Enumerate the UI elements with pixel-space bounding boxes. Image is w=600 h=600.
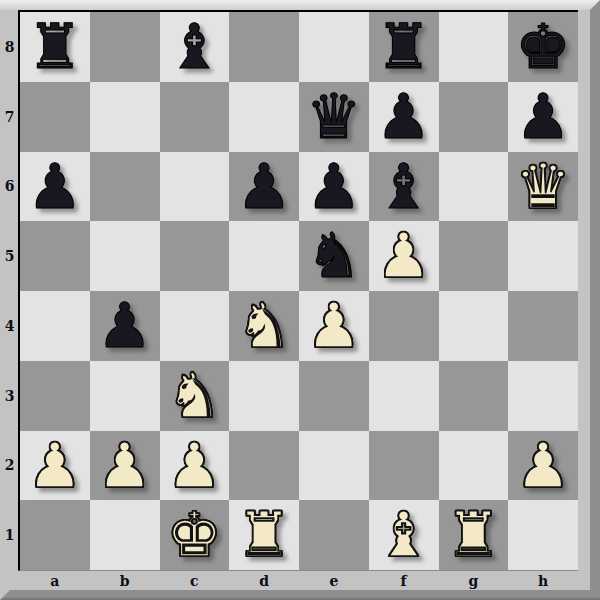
square-b4[interactable]: ♟ — [90, 291, 160, 361]
square-g3[interactable] — [439, 361, 509, 431]
rank-label-3: 3 — [0, 361, 19, 431]
rank-label-1: 1 — [0, 500, 19, 570]
piece-white-pawn: ♟ — [369, 221, 439, 291]
piece-white-rook: ♜ — [439, 500, 509, 570]
rank-label-8: 8 — [0, 12, 19, 82]
square-e1[interactable] — [299, 500, 369, 570]
file-label-f: f — [369, 570, 439, 591]
square-a7[interactable] — [20, 82, 90, 152]
square-f4[interactable] — [369, 291, 439, 361]
square-a4[interactable] — [20, 291, 90, 361]
square-a2[interactable]: ♟ — [20, 431, 90, 501]
square-h2[interactable]: ♟ — [508, 431, 578, 501]
square-d4[interactable]: ♞ — [229, 291, 299, 361]
square-d7[interactable] — [229, 82, 299, 152]
piece-white-knight: ♞ — [229, 291, 299, 361]
square-g8[interactable] — [439, 12, 509, 82]
piece-white-pawn: ♟ — [20, 431, 90, 501]
square-g1[interactable]: ♜ — [439, 500, 509, 570]
square-g5[interactable] — [439, 221, 509, 291]
square-e6[interactable]: ♟ — [299, 152, 369, 222]
rank-label-6: 6 — [0, 152, 19, 222]
square-f5[interactable]: ♟ — [369, 221, 439, 291]
diagram-frame: 87654321 ♜♝♜♚♛♟♟♟♟♟♝♛♞♟♟♞♟♞♟♟♟♟♚♜♝♜ abcd… — [0, 0, 600, 600]
square-e5[interactable]: ♞ — [299, 221, 369, 291]
piece-black-knight: ♞ — [299, 221, 369, 291]
bevel-right-shadow — [590, 0, 600, 600]
piece-white-pawn: ♟ — [160, 431, 230, 501]
square-c8[interactable]: ♝ — [160, 12, 230, 82]
square-g6[interactable] — [439, 152, 509, 222]
square-h4[interactable] — [508, 291, 578, 361]
piece-white-pawn: ♟ — [90, 431, 160, 501]
square-e4[interactable]: ♟ — [299, 291, 369, 361]
square-d6[interactable]: ♟ — [229, 152, 299, 222]
file-label-h: h — [508, 570, 578, 591]
square-h6[interactable]: ♛ — [508, 152, 578, 222]
square-f3[interactable] — [369, 361, 439, 431]
piece-black-bishop: ♝ — [160, 12, 230, 82]
square-d5[interactable] — [229, 221, 299, 291]
square-f8[interactable]: ♜ — [369, 12, 439, 82]
piece-white-bishop: ♝ — [369, 500, 439, 570]
square-g2[interactable] — [439, 431, 509, 501]
piece-black-pawn: ♟ — [90, 291, 160, 361]
square-c3[interactable]: ♞ — [160, 361, 230, 431]
square-c2[interactable]: ♟ — [160, 431, 230, 501]
bevel-top-highlight — [0, 0, 600, 10]
rank-label-4: 4 — [0, 291, 19, 361]
file-label-c: c — [160, 570, 230, 591]
square-f1[interactable]: ♝ — [369, 500, 439, 570]
square-c6[interactable] — [160, 152, 230, 222]
square-c1[interactable]: ♚ — [160, 500, 230, 570]
piece-black-pawn: ♟ — [299, 152, 369, 222]
rank-label-7: 7 — [0, 82, 19, 152]
square-e3[interactable] — [299, 361, 369, 431]
piece-black-bishop: ♝ — [369, 152, 439, 222]
square-a3[interactable] — [20, 361, 90, 431]
square-a1[interactable] — [20, 500, 90, 570]
rank-label-5: 5 — [0, 221, 19, 291]
square-g7[interactable] — [439, 82, 509, 152]
file-labels: abcdefgh — [20, 570, 578, 591]
file-label-b: b — [90, 570, 160, 591]
square-e7[interactable]: ♛ — [299, 82, 369, 152]
square-b8[interactable] — [90, 12, 160, 82]
square-b6[interactable] — [90, 152, 160, 222]
piece-black-king: ♚ — [508, 12, 578, 82]
square-b1[interactable] — [90, 500, 160, 570]
piece-white-rook: ♜ — [229, 500, 299, 570]
square-h1[interactable] — [508, 500, 578, 570]
chess-board: ♜♝♜♚♛♟♟♟♟♟♝♛♞♟♟♞♟♞♟♟♟♟♚♜♝♜ — [18, 10, 578, 571]
square-h7[interactable]: ♟ — [508, 82, 578, 152]
square-d8[interactable] — [229, 12, 299, 82]
piece-white-knight: ♞ — [160, 361, 230, 431]
piece-white-pawn: ♟ — [508, 431, 578, 501]
square-d3[interactable] — [229, 361, 299, 431]
file-label-d: d — [229, 570, 299, 591]
piece-black-pawn: ♟ — [369, 82, 439, 152]
piece-black-rook: ♜ — [20, 12, 90, 82]
square-b5[interactable] — [90, 221, 160, 291]
square-g4[interactable] — [439, 291, 509, 361]
square-a6[interactable]: ♟ — [20, 152, 90, 222]
square-f2[interactable] — [369, 431, 439, 501]
piece-black-rook: ♜ — [369, 12, 439, 82]
square-b2[interactable]: ♟ — [90, 431, 160, 501]
piece-black-pawn: ♟ — [508, 82, 578, 152]
file-label-e: e — [299, 570, 369, 591]
piece-white-pawn: ♟ — [299, 291, 369, 361]
square-e8[interactable] — [299, 12, 369, 82]
square-c4[interactable] — [160, 291, 230, 361]
piece-white-king: ♚ — [160, 500, 230, 570]
square-d1[interactable]: ♜ — [229, 500, 299, 570]
square-a8[interactable]: ♜ — [20, 12, 90, 82]
square-c5[interactable] — [160, 221, 230, 291]
square-d2[interactable] — [229, 431, 299, 501]
bevel-bottom-shadow — [0, 590, 600, 600]
piece-black-pawn: ♟ — [229, 152, 299, 222]
square-h8[interactable]: ♚ — [508, 12, 578, 82]
file-label-a: a — [20, 570, 90, 591]
square-h3[interactable] — [508, 361, 578, 431]
piece-black-pawn: ♟ — [20, 152, 90, 222]
square-f7[interactable]: ♟ — [369, 82, 439, 152]
rank-labels: 87654321 — [0, 12, 19, 570]
file-label-g: g — [439, 570, 509, 591]
square-b3[interactable] — [90, 361, 160, 431]
square-e2[interactable] — [299, 431, 369, 501]
square-c7[interactable] — [160, 82, 230, 152]
piece-white-queen: ♛ — [508, 152, 578, 222]
square-h5[interactable] — [508, 221, 578, 291]
square-f6[interactable]: ♝ — [369, 152, 439, 222]
piece-black-queen: ♛ — [299, 82, 369, 152]
square-b7[interactable] — [90, 82, 160, 152]
square-a5[interactable] — [20, 221, 90, 291]
rank-label-2: 2 — [0, 431, 19, 501]
